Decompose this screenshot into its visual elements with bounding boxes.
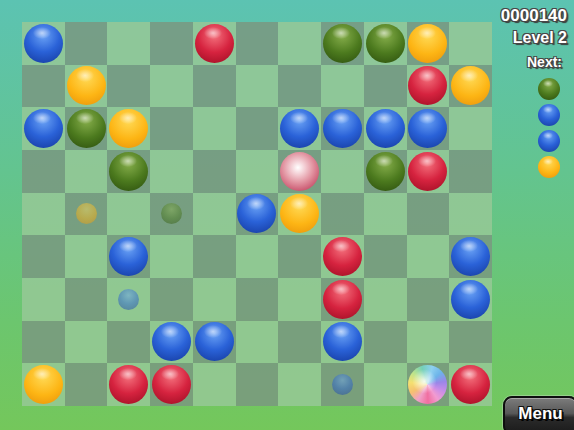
level-display: Level 2 xyxy=(513,29,567,46)
next-ball-yellow xyxy=(538,156,560,178)
board-cell[interactable] xyxy=(278,65,321,108)
board-cell[interactable] xyxy=(364,235,407,278)
ball-red[interactable] xyxy=(408,66,447,105)
ghost-ball-blue xyxy=(118,289,139,310)
board-cell[interactable] xyxy=(193,278,236,321)
board-cell[interactable] xyxy=(364,150,407,193)
board-cell[interactable] xyxy=(65,65,108,108)
board-cell[interactable] xyxy=(321,107,364,150)
ball-green[interactable] xyxy=(109,152,148,191)
board-cell[interactable] xyxy=(321,321,364,364)
board-cell[interactable] xyxy=(150,193,193,236)
board-cell[interactable] xyxy=(407,150,450,193)
ball-yellow[interactable] xyxy=(24,365,63,404)
board-cell[interactable] xyxy=(65,321,108,364)
ball-green[interactable] xyxy=(67,109,106,148)
board-cell[interactable] xyxy=(407,363,450,406)
ghost-ball-yellow xyxy=(76,203,97,224)
board-cell[interactable] xyxy=(193,107,236,150)
board-cell[interactable] xyxy=(364,278,407,321)
board-cell[interactable] xyxy=(193,22,236,65)
board-cell[interactable] xyxy=(321,150,364,193)
board-cell[interactable] xyxy=(278,22,321,65)
board-cell[interactable] xyxy=(407,22,450,65)
ball-red[interactable] xyxy=(109,365,148,404)
ball-blue[interactable] xyxy=(152,322,191,361)
menu-button[interactable]: Menu xyxy=(503,396,574,430)
board-cell[interactable] xyxy=(321,65,364,108)
ball-blue[interactable] xyxy=(451,280,490,319)
board-cell[interactable] xyxy=(321,363,364,406)
next-ball-blue xyxy=(538,130,560,152)
board-cell[interactable] xyxy=(22,321,65,364)
board-cell[interactable] xyxy=(107,278,150,321)
ball-blue[interactable] xyxy=(323,322,362,361)
board-cell[interactable] xyxy=(193,363,236,406)
board-cell[interactable] xyxy=(65,278,108,321)
board-cell[interactable] xyxy=(364,321,407,364)
board-cell[interactable] xyxy=(107,363,150,406)
board-cell[interactable] xyxy=(278,321,321,364)
next-label: Next: xyxy=(527,55,562,70)
ball-yellow[interactable] xyxy=(67,66,106,105)
board-cell[interactable] xyxy=(150,107,193,150)
board-cell[interactable] xyxy=(236,193,279,236)
board-cell[interactable] xyxy=(278,363,321,406)
board-cell[interactable] xyxy=(236,107,279,150)
board-cell[interactable] xyxy=(107,65,150,108)
board-cell[interactable] xyxy=(65,363,108,406)
ball-yellow[interactable] xyxy=(109,109,148,148)
board-cell[interactable] xyxy=(407,65,450,108)
board-cell[interactable] xyxy=(107,193,150,236)
board-cell[interactable] xyxy=(193,150,236,193)
board-cell[interactable] xyxy=(193,65,236,108)
board-cell[interactable] xyxy=(65,235,108,278)
ball-green[interactable] xyxy=(366,24,405,63)
board-cell[interactable] xyxy=(107,235,150,278)
board-cell[interactable] xyxy=(150,65,193,108)
board-cell[interactable] xyxy=(278,278,321,321)
ball-red[interactable] xyxy=(323,237,362,276)
ball-blue[interactable] xyxy=(408,109,447,148)
board-cell[interactable] xyxy=(236,65,279,108)
ball-blue[interactable] xyxy=(24,109,63,148)
board-cell[interactable] xyxy=(107,107,150,150)
ball-blue[interactable] xyxy=(366,109,405,148)
ball-blue[interactable] xyxy=(195,322,234,361)
ball-blue[interactable] xyxy=(24,24,63,63)
board-cell[interactable] xyxy=(107,22,150,65)
board-cell[interactable] xyxy=(407,193,450,236)
board-cell[interactable] xyxy=(321,193,364,236)
board-cell[interactable] xyxy=(278,193,321,236)
board-cell[interactable] xyxy=(65,150,108,193)
board-cell[interactable] xyxy=(150,321,193,364)
board-cell[interactable] xyxy=(449,193,492,236)
board-cell[interactable] xyxy=(22,150,65,193)
ghost-ball-green xyxy=(161,203,182,224)
ghost-ball-blue xyxy=(332,374,353,395)
board-cell[interactable] xyxy=(65,193,108,236)
game-screen: 0000140 Level 2 Next: Menu xyxy=(0,0,574,430)
ball-pink[interactable] xyxy=(280,152,319,191)
ball-blue[interactable] xyxy=(109,237,148,276)
board-cell[interactable] xyxy=(65,107,108,150)
ball-blue[interactable] xyxy=(237,194,276,233)
board-cell[interactable] xyxy=(321,235,364,278)
board-cell[interactable] xyxy=(449,235,492,278)
board-cell[interactable] xyxy=(22,22,65,65)
ball-green[interactable] xyxy=(366,152,405,191)
board-cell[interactable] xyxy=(236,363,279,406)
board-cell[interactable] xyxy=(107,321,150,364)
board-cell[interactable] xyxy=(65,22,108,65)
board[interactable] xyxy=(22,22,492,406)
board-cell[interactable] xyxy=(22,363,65,406)
board-cell[interactable] xyxy=(364,107,407,150)
board-cell[interactable] xyxy=(407,278,450,321)
board-cell[interactable] xyxy=(150,22,193,65)
board-cell[interactable] xyxy=(278,107,321,150)
ball-green[interactable] xyxy=(323,24,362,63)
board-cell[interactable] xyxy=(407,321,450,364)
board-cell[interactable] xyxy=(236,150,279,193)
ball-red[interactable] xyxy=(152,365,191,404)
board-cell[interactable] xyxy=(449,321,492,364)
next-balls-panel xyxy=(538,78,560,178)
ball-blue[interactable] xyxy=(323,109,362,148)
hud-sidebar: 0000140 Level 2 Next: xyxy=(484,6,570,178)
next-ball-green xyxy=(538,78,560,100)
board-cell[interactable] xyxy=(364,193,407,236)
ball-red[interactable] xyxy=(323,280,362,319)
board-cell[interactable] xyxy=(236,321,279,364)
board-cell[interactable] xyxy=(22,65,65,108)
board-cell[interactable] xyxy=(236,235,279,278)
board-cell[interactable] xyxy=(193,321,236,364)
ball-yellow[interactable] xyxy=(280,194,319,233)
ball-blue[interactable] xyxy=(280,109,319,148)
board-cell[interactable] xyxy=(22,278,65,321)
board-cell[interactable] xyxy=(150,235,193,278)
board-cell[interactable] xyxy=(193,235,236,278)
board-cell[interactable] xyxy=(22,235,65,278)
board-cell[interactable] xyxy=(449,363,492,406)
ball-blue[interactable] xyxy=(451,237,490,276)
board-cell[interactable] xyxy=(22,193,65,236)
board-cell[interactable] xyxy=(236,278,279,321)
board-cell[interactable] xyxy=(364,363,407,406)
board-cell[interactable] xyxy=(236,22,279,65)
board-cell[interactable] xyxy=(150,278,193,321)
board-cell[interactable] xyxy=(321,278,364,321)
board-cell[interactable] xyxy=(364,65,407,108)
ball-red[interactable] xyxy=(451,365,490,404)
board-cell[interactable] xyxy=(278,150,321,193)
next-ball-blue xyxy=(538,104,560,126)
board-cell[interactable] xyxy=(278,235,321,278)
board-cell[interactable] xyxy=(107,150,150,193)
board-cell[interactable] xyxy=(150,150,193,193)
board-cell[interactable] xyxy=(150,363,193,406)
ball-yellow[interactable] xyxy=(408,24,447,63)
score-display: 0000140 xyxy=(501,6,567,25)
board-cell[interactable] xyxy=(193,193,236,236)
board-cell[interactable] xyxy=(407,107,450,150)
board-cell[interactable] xyxy=(22,107,65,150)
board-cell[interactable] xyxy=(449,278,492,321)
board-cell[interactable] xyxy=(321,22,364,65)
ball-red[interactable] xyxy=(195,24,234,63)
board-cell[interactable] xyxy=(364,22,407,65)
ball-rainbow[interactable] xyxy=(408,365,447,404)
ball-red[interactable] xyxy=(408,152,447,191)
board-cell[interactable] xyxy=(407,235,450,278)
